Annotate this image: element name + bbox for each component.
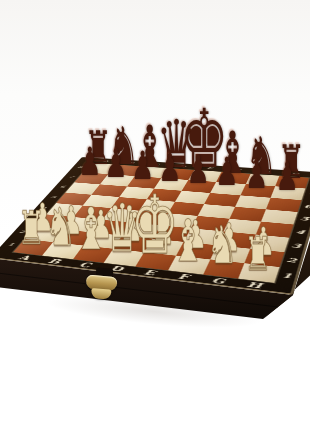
chess-set-photo: AABBCCDDEEFFGGHH1122334455667788 ♜♞♝♛♚♝♞… <box>0 0 310 430</box>
brass-clasp <box>84 265 123 302</box>
clasp-hook <box>91 288 112 300</box>
